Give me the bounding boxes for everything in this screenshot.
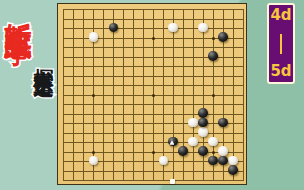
- stone-white: [89, 32, 98, 41]
- star-point: [212, 94, 215, 97]
- stone-white: [218, 146, 227, 155]
- white-square-marker: [170, 179, 175, 184]
- stone-black: [198, 108, 207, 117]
- stone-black: [218, 156, 227, 165]
- stone-white: [198, 23, 207, 32]
- go-board-grid: [58, 4, 246, 184]
- rank-badge-separator-line: [280, 34, 282, 54]
- rank-badge: 4d 5d: [267, 3, 295, 84]
- grid-line-horizontal: [63, 114, 244, 115]
- star-point: [212, 37, 215, 40]
- video-frame: 斩断实战恶手 探索棋之正道 4d 5d: [0, 0, 304, 190]
- stone-white: [159, 156, 168, 165]
- rank-badge-top-label: 4d: [270, 7, 291, 24]
- stone-black: [198, 118, 207, 127]
- stone-white: [198, 127, 207, 136]
- stone-white: [168, 23, 177, 32]
- star-point: [212, 151, 215, 154]
- rank-badge-bottom-label: 5d: [270, 63, 291, 80]
- stone-white: [228, 156, 237, 165]
- grid-line-vertical: [243, 9, 244, 181]
- grid-line-horizontal: [63, 133, 244, 134]
- star-point: [152, 151, 155, 154]
- grid-line-horizontal: [63, 104, 244, 105]
- stone-black: [178, 146, 187, 155]
- stone-black: [208, 156, 217, 165]
- stone-white: [208, 137, 217, 146]
- stone-white: [89, 156, 98, 165]
- stone-white: [188, 118, 197, 127]
- stone-black: [198, 146, 207, 155]
- grid-line-horizontal: [63, 180, 244, 181]
- star-point: [152, 94, 155, 97]
- stone-black: [218, 118, 227, 127]
- grid-line-vertical: [193, 9, 194, 181]
- stone-white: [188, 137, 197, 146]
- triangle-move-marker: [169, 140, 174, 145]
- stone-black: [228, 165, 237, 174]
- stone-black: [168, 137, 177, 146]
- red-slogan-vertical-text: 斩断实战恶手: [0, 1, 36, 19]
- grid-line-vertical: [173, 9, 174, 181]
- stone-black: [218, 32, 227, 41]
- star-point: [152, 37, 155, 40]
- black-slogan-vertical-text: 探索棋之正道: [31, 52, 58, 64]
- star-point: [92, 151, 95, 154]
- star-point: [92, 94, 95, 97]
- stone-black: [208, 51, 217, 60]
- grid-line-horizontal: [63, 123, 244, 124]
- grid-line-horizontal: [63, 171, 244, 172]
- go-board[interactable]: [57, 3, 247, 185]
- stone-black: [109, 23, 118, 32]
